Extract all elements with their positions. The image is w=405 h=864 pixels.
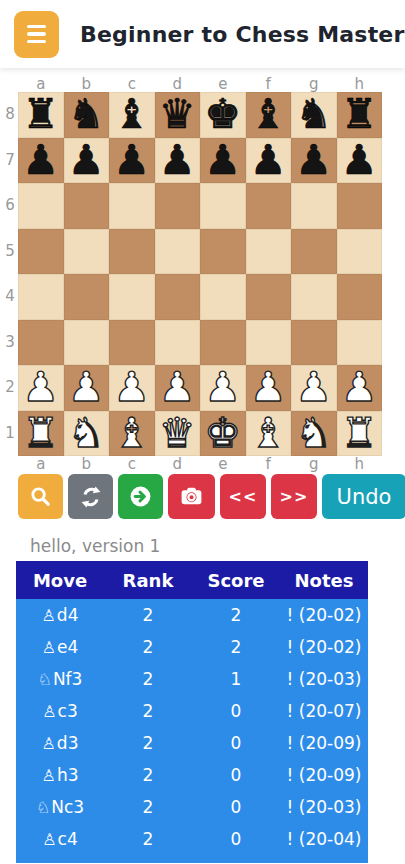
square-c1[interactable]: ♝ [109,411,155,457]
black-piece: ♟ [341,140,378,181]
black-piece: ♝ [250,94,287,135]
square-d8[interactable]: ♛ [155,92,201,138]
square-g1[interactable]: ♞ [291,411,337,457]
square-b5[interactable] [64,229,110,275]
square-a3[interactable] [18,320,64,366]
search-button[interactable] [18,474,63,519]
black-piece: ♞ [295,94,332,135]
rank-cell: 2 [104,605,192,625]
chess-board[interactable]: ♜♞♝♛♚♝♞♜♟♟♟♟♟♟♟♟♟♟♟♟♟♟♟♟♜♞♝♛♚♝♞♜ [18,92,382,456]
hamburger-menu-button[interactable] [14,11,59,58]
square-f3[interactable] [246,320,292,366]
square-e5[interactable] [200,229,246,275]
notes-cell: ! (20-09) [280,733,368,753]
white-piece: ♟ [204,367,241,408]
white-piece: ♞ [68,413,105,454]
refresh-icon [79,485,103,509]
white-piece: ♜ [22,413,59,454]
column-header-notes: Notes [280,570,368,591]
rank-cell: 2 [104,637,192,657]
black-piece: ♟ [113,140,150,181]
toolbar: << >> Undo [18,474,405,519]
notes-cell: ! (20-09) [280,765,368,785]
rank-label-3: 3 [4,320,16,366]
move-cell: ♙h3 [16,765,104,785]
square-c6[interactable] [109,183,155,229]
square-e2[interactable]: ♟ [200,365,246,411]
undo-button[interactable]: Undo [322,474,405,519]
square-a6[interactable] [18,183,64,229]
piece-glyph: ♙ [42,638,56,657]
move-cell: ♙c4 [16,829,104,849]
file-label-b: b [64,456,110,472]
square-g6[interactable] [291,183,337,229]
white-piece: ♟ [159,367,196,408]
move-cell: ♙c3 [16,701,104,721]
black-piece: ♞ [68,94,105,135]
square-c2[interactable]: ♟ [109,365,155,411]
square-d7[interactable]: ♟ [155,138,201,184]
square-a5[interactable] [18,229,64,275]
status-text: hello, version 1 [30,536,405,556]
rank-label-2: 2 [4,365,16,411]
square-b6[interactable] [64,183,110,229]
square-h6[interactable] [337,183,383,229]
score-cell: 1 [192,669,280,689]
moves-table-header: MoveRankScoreNotes [16,561,368,599]
page-title: Beginner to Chess Master [80,22,405,47]
square-b1[interactable]: ♞ [64,411,110,457]
rank-label-7: 7 [4,138,16,184]
piece-glyph: ♘ [36,798,50,817]
white-piece: ♟ [68,367,105,408]
square-e1[interactable]: ♚ [200,411,246,457]
notes-cell: ! (20-07) [280,701,368,721]
white-piece: ♝ [113,413,150,454]
square-c4[interactable] [109,274,155,320]
square-c3[interactable] [109,320,155,366]
white-piece: ♛ [159,413,196,454]
square-f5[interactable] [246,229,292,275]
square-a2[interactable]: ♟ [18,365,64,411]
score-cell: 0 [192,701,280,721]
black-piece: ♟ [250,140,287,181]
square-a7[interactable]: ♟ [18,138,64,184]
hamburger-icon [27,25,46,29]
square-c7[interactable]: ♟ [109,138,155,184]
black-piece: ♟ [159,140,196,181]
move-cell: ♙d4 [16,605,104,625]
refresh-button[interactable] [68,474,113,519]
white-piece: ♟ [295,367,332,408]
chess-board-section: abcdefgh 87654321 ♜♞♝♛♚♝♞♜♟♟♟♟♟♟♟♟♟♟♟♟♟♟… [0,76,405,472]
square-h1[interactable]: ♜ [337,411,383,457]
black-piece: ♜ [22,94,59,135]
white-piece: ♟ [341,367,378,408]
rank-label-8: 8 [4,92,16,138]
square-a1[interactable]: ♜ [18,411,64,457]
rank-cell: 2 [104,765,192,785]
piece-glyph: ♙ [42,830,56,849]
piece-glyph: ♙ [42,606,56,625]
file-label-d: d [155,456,201,472]
file-label-a: a [18,456,64,472]
black-piece: ♝ [113,94,150,135]
square-g4[interactable] [291,274,337,320]
square-e8[interactable]: ♚ [200,92,246,138]
table-row[interactable]: ♙c420! (20-04) [16,823,368,855]
notes-cell: ! (20-03) [280,797,368,817]
piece-glyph: ♘ [38,670,52,689]
rank-label-1: 1 [4,411,16,457]
file-label-c: c [109,456,155,472]
move-cell: ♘Nc3 [16,797,104,817]
square-a8[interactable]: ♜ [18,92,64,138]
rank-cell: 2 [104,669,192,689]
move-cell: ♙d3 [16,733,104,753]
square-b2[interactable]: ♟ [64,365,110,411]
rank-cell: 2 [104,701,192,721]
forward-button[interactable]: >> [271,474,317,519]
app-header: Beginner to Chess Master [0,0,405,68]
app-page: Beginner to Chess Master abcdefgh 876543… [0,0,405,864]
notes-cell: ! (20-02) [280,605,368,625]
rank-cell: 2 [104,829,192,849]
column-header-rank: Rank [104,570,192,591]
file-label-f: f [246,456,292,472]
black-piece: ♟ [204,140,241,181]
score-cell: 0 [192,797,280,817]
back-button[interactable]: << [220,474,266,519]
piece-glyph: ♙ [42,702,56,721]
square-e6[interactable] [200,183,246,229]
magnifier-icon [29,485,52,508]
table-row[interactable]: ♙e422! (20-02) [16,631,368,663]
rank-cell: 2 [104,733,192,753]
camera-button[interactable] [168,474,215,519]
square-g5[interactable] [291,229,337,275]
rank-label-4: 4 [4,274,16,320]
square-d4[interactable] [155,274,201,320]
square-g2[interactable]: ♟ [291,365,337,411]
piece-glyph: ♙ [42,734,56,753]
square-d6[interactable] [155,183,201,229]
move-cell: ♙e4 [16,637,104,657]
arrow-right-circle-icon [128,484,153,509]
square-d2[interactable]: ♟ [155,365,201,411]
square-b8[interactable]: ♞ [64,92,110,138]
score-cell: 0 [192,765,280,785]
table-row[interactable]: ♙d320! (20-09) [16,727,368,759]
square-a4[interactable] [18,274,64,320]
square-h7[interactable]: ♟ [337,138,383,184]
rank-label-6: 6 [4,183,16,229]
camera-icon [179,484,204,509]
square-f8[interactable]: ♝ [246,92,292,138]
score-cell: 2 [192,637,280,657]
square-e4[interactable] [200,274,246,320]
square-h2[interactable]: ♟ [337,365,383,411]
square-g8[interactable]: ♞ [291,92,337,138]
black-piece: ♟ [22,140,59,181]
score-cell: 0 [192,733,280,753]
notes-cell: ! (20-04) [280,829,368,849]
white-piece: ♚ [204,413,241,454]
square-b4[interactable] [64,274,110,320]
square-f6[interactable] [246,183,292,229]
white-piece: ♞ [295,413,332,454]
file-label-h: h [337,456,383,472]
moves-table: MoveRankScoreNotes ♙d422! (20-02)♙e422! … [16,561,368,863]
white-piece: ♜ [341,413,378,454]
score-cell: 0 [192,829,280,849]
square-g7[interactable]: ♟ [291,138,337,184]
square-b3[interactable] [64,320,110,366]
table-row[interactable]: ♙c320! (20-07) [16,695,368,727]
table-row[interactable]: ♘Nc320! (20-03) [16,791,368,823]
square-e7[interactable]: ♟ [200,138,246,184]
moves-table-clipped-row [16,855,368,863]
column-header-score: Score [192,570,280,591]
file-label-g: g [291,456,337,472]
go-button[interactable] [118,474,163,519]
rank-label-5: 5 [4,229,16,275]
piece-glyph: ♙ [42,766,56,785]
notes-cell: ! (20-02) [280,637,368,657]
column-header-move: Move [16,570,104,591]
move-cell: ♘Nf3 [16,669,104,689]
square-e3[interactable] [200,320,246,366]
square-g3[interactable] [291,320,337,366]
score-cell: 2 [192,605,280,625]
file-labels-bottom: abcdefgh [18,456,405,472]
square-d5[interactable] [155,229,201,275]
notes-cell: ! (20-03) [280,669,368,689]
square-f4[interactable] [246,274,292,320]
table-row[interactable]: ♙h320! (20-09) [16,759,368,791]
table-row[interactable]: ♘Nf321! (20-03) [16,663,368,695]
black-piece: ♟ [68,140,105,181]
rank-cell: 2 [104,797,192,817]
white-piece: ♟ [22,367,59,408]
white-piece: ♟ [250,367,287,408]
white-piece: ♟ [113,367,150,408]
rank-labels: 87654321 [4,92,16,456]
square-h3[interactable] [337,320,383,366]
square-h5[interactable] [337,229,383,275]
black-piece: ♚ [204,94,241,135]
square-h8[interactable]: ♜ [337,92,383,138]
square-d3[interactable] [155,320,201,366]
square-b7[interactable]: ♟ [64,138,110,184]
square-f7[interactable]: ♟ [246,138,292,184]
black-piece: ♟ [295,140,332,181]
table-row[interactable]: ♙d422! (20-02) [16,599,368,631]
white-piece: ♝ [250,413,287,454]
square-d1[interactable]: ♛ [155,411,201,457]
square-c5[interactable] [109,229,155,275]
black-piece: ♛ [159,94,196,135]
square-c8[interactable]: ♝ [109,92,155,138]
square-f2[interactable]: ♟ [246,365,292,411]
black-piece: ♜ [341,94,378,135]
square-h4[interactable] [337,274,383,320]
square-f1[interactable]: ♝ [246,411,292,457]
file-label-e: e [200,456,246,472]
